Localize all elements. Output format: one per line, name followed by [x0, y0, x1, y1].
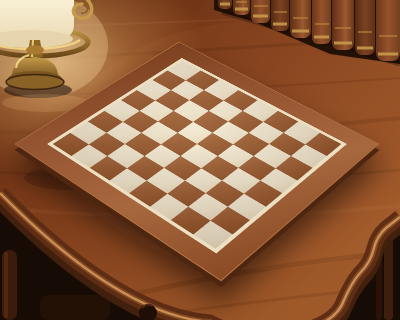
photo-scene [0, 0, 400, 320]
lamp-foot-rim [6, 75, 64, 90]
stem-knop [26, 46, 44, 55]
